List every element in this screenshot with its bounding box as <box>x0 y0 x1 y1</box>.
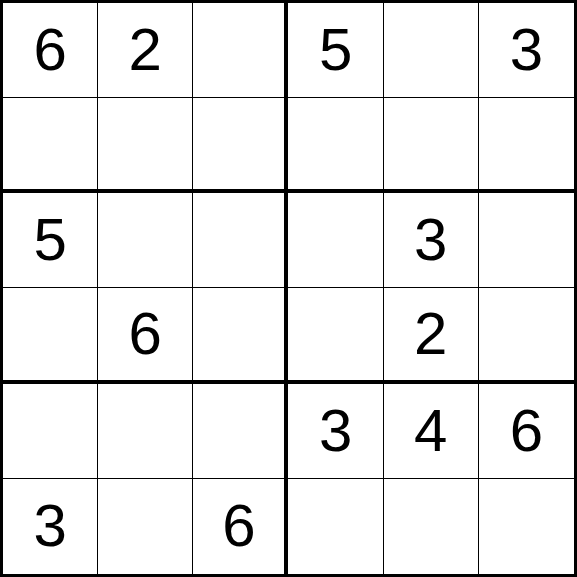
cell-r2c1[interactable] <box>3 98 98 193</box>
cell-r2c5[interactable] <box>384 98 479 193</box>
cell-r3c3[interactable] <box>193 193 288 288</box>
cell-r6c1[interactable]: 3 <box>3 479 98 574</box>
cell-r1c6[interactable]: 3 <box>479 3 574 98</box>
cell-r5c2[interactable] <box>98 384 193 479</box>
cell-r4c3[interactable] <box>193 288 288 383</box>
cell-r4c5[interactable]: 2 <box>384 288 479 383</box>
cell-r4c1[interactable] <box>3 288 98 383</box>
cell-r2c6[interactable] <box>479 98 574 193</box>
cell-r6c2[interactable] <box>98 479 193 574</box>
cell-r6c6[interactable] <box>479 479 574 574</box>
cell-r4c4[interactable] <box>288 288 383 383</box>
cell-r2c3[interactable] <box>193 98 288 193</box>
cell-r3c5[interactable]: 3 <box>384 193 479 288</box>
cell-r5c4[interactable]: 3 <box>288 384 383 479</box>
cell-r5c5[interactable]: 4 <box>384 384 479 479</box>
cell-r1c2[interactable]: 2 <box>98 3 193 98</box>
cell-r6c3[interactable]: 6 <box>193 479 288 574</box>
cell-r3c6[interactable] <box>479 193 574 288</box>
cell-r1c3[interactable] <box>193 3 288 98</box>
cell-r3c4[interactable] <box>288 193 383 288</box>
cell-r1c4[interactable]: 5 <box>288 3 383 98</box>
cell-r6c5[interactable] <box>384 479 479 574</box>
sudoku-board: 6253536234636 <box>0 0 577 577</box>
cell-r3c1[interactable]: 5 <box>3 193 98 288</box>
cell-r2c4[interactable] <box>288 98 383 193</box>
cell-r1c1[interactable]: 6 <box>3 3 98 98</box>
cell-r5c1[interactable] <box>3 384 98 479</box>
cell-r4c6[interactable] <box>479 288 574 383</box>
cell-r4c2[interactable]: 6 <box>98 288 193 383</box>
cell-r1c5[interactable] <box>384 3 479 98</box>
cell-r5c3[interactable] <box>193 384 288 479</box>
cell-r2c2[interactable] <box>98 98 193 193</box>
cell-r6c4[interactable] <box>288 479 383 574</box>
cell-r3c2[interactable] <box>98 193 193 288</box>
cell-r5c6[interactable]: 6 <box>479 384 574 479</box>
